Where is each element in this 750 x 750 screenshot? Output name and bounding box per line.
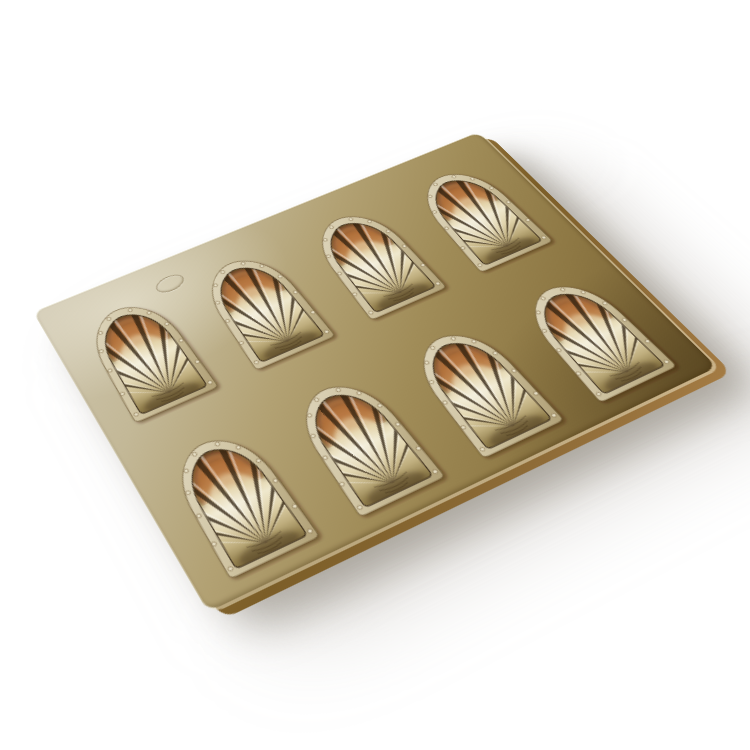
madeleine-pan [33,132,717,612]
photo-scene [0,0,750,750]
